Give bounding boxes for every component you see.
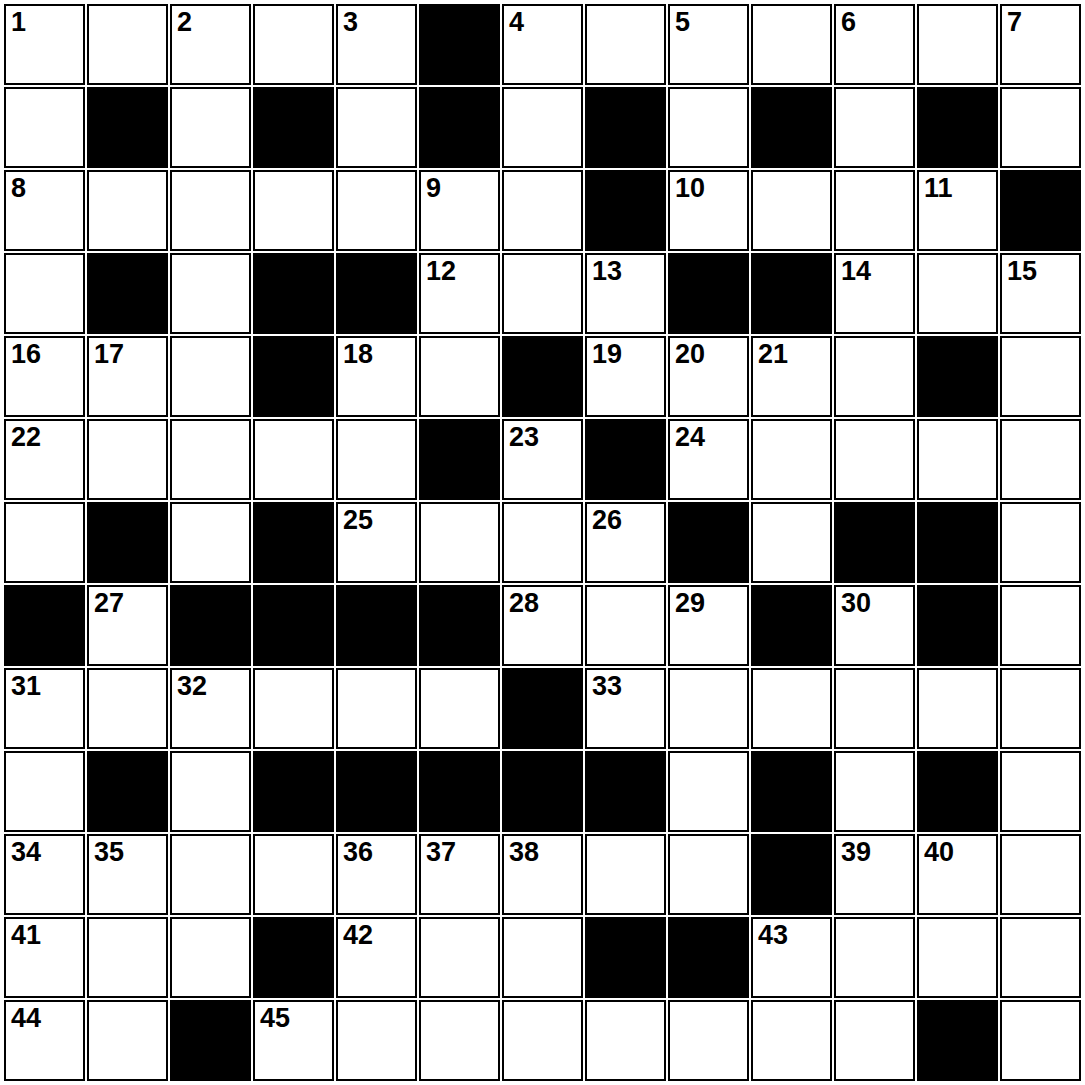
block-cell-r12c8: [585, 917, 666, 998]
block-cell-r8c10: [751, 585, 832, 666]
entry-cell-r5c9[interactable]: 20: [668, 336, 749, 417]
block-cell-r9c7: [502, 668, 583, 749]
entry-cell-r9c10[interactable]: [751, 668, 832, 749]
block-cell-r4c9: [668, 253, 749, 334]
entry-cell-r5c6[interactable]: [419, 336, 500, 417]
entry-cell-r11c5[interactable]: 36: [336, 834, 417, 915]
entry-cell-r6c4[interactable]: [253, 419, 334, 500]
entry-cell-r4c13[interactable]: 15: [1000, 253, 1081, 334]
entry-cell-r7c7[interactable]: [502, 502, 583, 583]
clue-number-16: 16: [11, 338, 41, 370]
block-cell-r12c4: [253, 917, 334, 998]
clue-number-15: 15: [1007, 255, 1037, 287]
entry-cell-r3c5[interactable]: [336, 170, 417, 251]
entry-cell-r6c7[interactable]: 23: [502, 419, 583, 500]
clue-number-29: 29: [675, 587, 705, 619]
clue-number-35: 35: [94, 836, 124, 868]
entry-cell-r13c10[interactable]: [751, 1000, 832, 1081]
entry-cell-r4c12[interactable]: [917, 253, 998, 334]
block-cell-r2c2: [87, 87, 168, 168]
block-cell-r8c12: [917, 585, 998, 666]
clue-number-1: 1: [11, 6, 26, 38]
entry-cell-r3c9[interactable]: 10: [668, 170, 749, 251]
clue-number-23: 23: [509, 421, 539, 453]
entry-cell-r10c1[interactable]: [4, 751, 85, 832]
entry-cell-r1c1[interactable]: 1: [4, 4, 85, 85]
entry-cell-r6c11[interactable]: [834, 419, 915, 500]
block-cell-r5c4: [253, 336, 334, 417]
clue-number-26: 26: [592, 504, 622, 536]
block-cell-r8c6: [419, 585, 500, 666]
entry-cell-r13c11[interactable]: [834, 1000, 915, 1081]
clue-number-22: 22: [11, 421, 41, 453]
clue-number-43: 43: [758, 919, 788, 951]
clue-number-18: 18: [343, 338, 373, 370]
entry-cell-r6c1[interactable]: 22: [4, 419, 85, 500]
entry-cell-r12c6[interactable]: [419, 917, 500, 998]
entry-cell-r5c13[interactable]: [1000, 336, 1081, 417]
entry-cell-r7c6[interactable]: [419, 502, 500, 583]
entry-cell-r13c13[interactable]: [1000, 1000, 1081, 1081]
block-cell-r2c4: [253, 87, 334, 168]
entry-cell-r5c11[interactable]: [834, 336, 915, 417]
entry-cell-r12c2[interactable]: [87, 917, 168, 998]
block-cell-r7c4: [253, 502, 334, 583]
entry-cell-r10c9[interactable]: [668, 751, 749, 832]
entry-cell-r11c2[interactable]: 35: [87, 834, 168, 915]
block-cell-r10c8: [585, 751, 666, 832]
block-cell-r2c12: [917, 87, 998, 168]
clue-number-11: 11: [924, 172, 953, 204]
clue-number-28: 28: [509, 587, 539, 619]
entry-cell-r4c7[interactable]: [502, 253, 583, 334]
clue-number-2: 2: [177, 6, 192, 38]
block-cell-r10c7: [502, 751, 583, 832]
entry-cell-r13c5[interactable]: [336, 1000, 417, 1081]
crossword-grid: 1234567891011121314151617181920212223242…: [0, 0, 1085, 1085]
entry-cell-r11c4[interactable]: [253, 834, 334, 915]
entry-cell-r12c1[interactable]: 41: [4, 917, 85, 998]
clue-number-32: 32: [177, 670, 207, 702]
entry-cell-r13c9[interactable]: [668, 1000, 749, 1081]
entry-cell-r1c7[interactable]: 4: [502, 4, 583, 85]
block-cell-r10c6: [419, 751, 500, 832]
entry-cell-r12c12[interactable]: [917, 917, 998, 998]
entry-cell-r2c3[interactable]: [170, 87, 251, 168]
entry-cell-r1c8[interactable]: [585, 4, 666, 85]
entry-cell-r11c13[interactable]: [1000, 834, 1081, 915]
entry-cell-r9c3[interactable]: 32: [170, 668, 251, 749]
entry-cell-r10c11[interactable]: [834, 751, 915, 832]
entry-cell-r11c9[interactable]: [668, 834, 749, 915]
entry-cell-r1c11[interactable]: 6: [834, 4, 915, 85]
entry-cell-r4c6[interactable]: 12: [419, 253, 500, 334]
clue-number-6: 6: [841, 6, 856, 38]
entry-cell-r9c9[interactable]: [668, 668, 749, 749]
clue-number-38: 38: [509, 836, 539, 868]
clue-number-44: 44: [11, 1002, 41, 1034]
entry-cell-r2c9[interactable]: [668, 87, 749, 168]
entry-cell-r6c3[interactable]: [170, 419, 251, 500]
clue-number-27: 27: [94, 587, 124, 619]
entry-cell-r12c3[interactable]: [170, 917, 251, 998]
block-cell-r10c10: [751, 751, 832, 832]
entry-cell-r12c13[interactable]: [1000, 917, 1081, 998]
entry-cell-r7c13[interactable]: [1000, 502, 1081, 583]
entry-cell-r11c3[interactable]: [170, 834, 251, 915]
entry-cell-r3c11[interactable]: [834, 170, 915, 251]
entry-cell-r12c10[interactable]: 43: [751, 917, 832, 998]
clue-number-34: 34: [11, 836, 41, 868]
entry-cell-r8c7[interactable]: 28: [502, 585, 583, 666]
entry-cell-r7c10[interactable]: [751, 502, 832, 583]
block-cell-r3c13: [1000, 170, 1081, 251]
entry-cell-r9c6[interactable]: [419, 668, 500, 749]
entry-cell-r6c12[interactable]: [917, 419, 998, 500]
block-cell-r4c2: [87, 253, 168, 334]
clue-number-45: 45: [260, 1002, 290, 1034]
entry-cell-r8c9[interactable]: 29: [668, 585, 749, 666]
block-cell-r2c8: [585, 87, 666, 168]
entry-cell-r8c13[interactable]: [1000, 585, 1081, 666]
entry-cell-r5c2[interactable]: 17: [87, 336, 168, 417]
clue-number-3: 3: [343, 6, 358, 38]
block-cell-r10c2: [87, 751, 168, 832]
block-cell-r5c7: [502, 336, 583, 417]
block-cell-r8c3: [170, 585, 251, 666]
entry-cell-r4c1[interactable]: [4, 253, 85, 334]
entry-cell-r3c1[interactable]: 8: [4, 170, 85, 251]
entry-cell-r6c10[interactable]: [751, 419, 832, 500]
entry-cell-r4c8[interactable]: 13: [585, 253, 666, 334]
entry-cell-r13c8[interactable]: [585, 1000, 666, 1081]
entry-cell-r3c4[interactable]: [253, 170, 334, 251]
entry-cell-r1c13[interactable]: 7: [1000, 4, 1081, 85]
entry-cell-r5c10[interactable]: 21: [751, 336, 832, 417]
entry-cell-r10c3[interactable]: [170, 751, 251, 832]
entry-cell-r8c11[interactable]: 30: [834, 585, 915, 666]
clue-number-37: 37: [426, 836, 456, 868]
clue-number-7: 7: [1007, 6, 1022, 38]
entry-cell-r11c7[interactable]: 38: [502, 834, 583, 915]
clue-number-42: 42: [343, 919, 373, 951]
block-cell-r4c10: [751, 253, 832, 334]
entry-cell-r1c3[interactable]: 2: [170, 4, 251, 85]
entry-cell-r9c5[interactable]: [336, 668, 417, 749]
clue-number-8: 8: [11, 172, 26, 204]
entry-cell-r9c8[interactable]: 33: [585, 668, 666, 749]
entry-cell-r10c13[interactable]: [1000, 751, 1081, 832]
block-cell-r13c3: [170, 1000, 251, 1081]
block-cell-r4c4: [253, 253, 334, 334]
block-cell-r6c8: [585, 419, 666, 500]
entry-cell-r2c11[interactable]: [834, 87, 915, 168]
entry-cell-r3c12[interactable]: 11: [917, 170, 998, 251]
block-cell-r5c12: [917, 336, 998, 417]
clue-number-24: 24: [675, 421, 705, 453]
entry-cell-r11c11[interactable]: 39: [834, 834, 915, 915]
clue-number-10: 10: [675, 172, 705, 204]
clue-number-5: 5: [675, 6, 690, 38]
entry-cell-r2c7[interactable]: [502, 87, 583, 168]
clue-number-33: 33: [592, 670, 622, 702]
entry-cell-r1c12[interactable]: [917, 4, 998, 85]
entry-cell-r7c8[interactable]: 26: [585, 502, 666, 583]
entry-cell-r6c5[interactable]: [336, 419, 417, 500]
clue-number-13: 13: [592, 255, 622, 287]
entry-cell-r3c3[interactable]: [170, 170, 251, 251]
clue-number-12: 12: [426, 255, 456, 287]
entry-cell-r13c2[interactable]: [87, 1000, 168, 1081]
block-cell-r13c12: [917, 1000, 998, 1081]
entry-cell-r12c5[interactable]: 42: [336, 917, 417, 998]
entry-cell-r9c4[interactable]: [253, 668, 334, 749]
entry-cell-r11c12[interactable]: 40: [917, 834, 998, 915]
entry-cell-r6c13[interactable]: [1000, 419, 1081, 500]
entry-cell-r7c5[interactable]: 25: [336, 502, 417, 583]
entry-cell-r4c11[interactable]: 14: [834, 253, 915, 334]
block-cell-r2c10: [751, 87, 832, 168]
entry-cell-r9c12[interactable]: [917, 668, 998, 749]
entry-cell-r12c11[interactable]: [834, 917, 915, 998]
block-cell-r3c8: [585, 170, 666, 251]
block-cell-r7c9: [668, 502, 749, 583]
entry-cell-r9c1[interactable]: 31: [4, 668, 85, 749]
clue-number-4: 4: [509, 6, 524, 38]
entry-cell-r3c6[interactable]: 9: [419, 170, 500, 251]
block-cell-r11c10: [751, 834, 832, 915]
block-cell-r7c11: [834, 502, 915, 583]
entry-cell-r2c13[interactable]: [1000, 87, 1081, 168]
entry-cell-r13c7[interactable]: [502, 1000, 583, 1081]
block-cell-r8c1: [4, 585, 85, 666]
entry-cell-r11c1[interactable]: 34: [4, 834, 85, 915]
block-cell-r8c4: [253, 585, 334, 666]
clue-number-14: 14: [841, 255, 871, 287]
clue-number-9: 9: [426, 172, 441, 204]
clue-number-30: 30: [841, 587, 871, 619]
clue-number-40: 40: [924, 836, 954, 868]
entry-cell-r9c13[interactable]: [1000, 668, 1081, 749]
entry-cell-r1c2[interactable]: [87, 4, 168, 85]
entry-cell-r11c8[interactable]: [585, 834, 666, 915]
entry-cell-r3c7[interactable]: [502, 170, 583, 251]
entry-cell-r2c5[interactable]: [336, 87, 417, 168]
entry-cell-r6c9[interactable]: 24: [668, 419, 749, 500]
block-cell-r7c2: [87, 502, 168, 583]
entry-cell-r9c2[interactable]: [87, 668, 168, 749]
clue-number-21: 21: [758, 338, 788, 370]
entry-cell-r6c2[interactable]: [87, 419, 168, 500]
clue-number-17: 17: [94, 338, 124, 370]
block-cell-r1c6: [419, 4, 500, 85]
entry-cell-r9c11[interactable]: [834, 668, 915, 749]
block-cell-r12c9: [668, 917, 749, 998]
entry-cell-r13c4[interactable]: 45: [253, 1000, 334, 1081]
entry-cell-r5c5[interactable]: 18: [336, 336, 417, 417]
entry-cell-r8c2[interactable]: 27: [87, 585, 168, 666]
entry-cell-r3c10[interactable]: [751, 170, 832, 251]
block-cell-r10c4: [253, 751, 334, 832]
block-cell-r4c5: [336, 253, 417, 334]
clue-number-41: 41: [11, 919, 41, 951]
entry-cell-r12c7[interactable]: [502, 917, 583, 998]
entry-cell-r11c6[interactable]: 37: [419, 834, 500, 915]
block-cell-r10c12: [917, 751, 998, 832]
clue-number-31: 31: [11, 670, 41, 702]
clue-number-39: 39: [841, 836, 871, 868]
block-cell-r7c12: [917, 502, 998, 583]
clue-number-20: 20: [675, 338, 705, 370]
entry-cell-r7c3[interactable]: [170, 502, 251, 583]
block-cell-r10c5: [336, 751, 417, 832]
entry-cell-r2c1[interactable]: [4, 87, 85, 168]
entry-cell-r13c6[interactable]: [419, 1000, 500, 1081]
entry-cell-r3c2[interactable]: [87, 170, 168, 251]
entry-cell-r1c4[interactable]: [253, 4, 334, 85]
block-cell-r8c5: [336, 585, 417, 666]
entry-cell-r4c3[interactable]: [170, 253, 251, 334]
entry-cell-r7c1[interactable]: [4, 502, 85, 583]
entry-cell-r1c9[interactable]: 5: [668, 4, 749, 85]
block-cell-r6c6: [419, 419, 500, 500]
clue-number-19: 19: [592, 338, 622, 370]
entry-cell-r1c10[interactable]: [751, 4, 832, 85]
entry-cell-r1c5[interactable]: 3: [336, 4, 417, 85]
entry-cell-r5c1[interactable]: 16: [4, 336, 85, 417]
clue-number-25: 25: [343, 504, 373, 536]
entry-cell-r8c8[interactable]: [585, 585, 666, 666]
entry-cell-r5c3[interactable]: [170, 336, 251, 417]
entry-cell-r13c1[interactable]: 44: [4, 1000, 85, 1081]
clue-number-36: 36: [343, 836, 373, 868]
block-cell-r2c6: [419, 87, 500, 168]
entry-cell-r5c8[interactable]: 19: [585, 336, 666, 417]
